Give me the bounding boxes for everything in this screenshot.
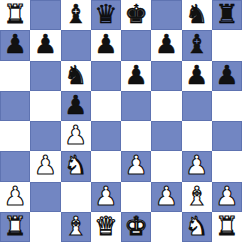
square-f4[interactable] [151,121,181,151]
square-g8[interactable]: ♞ [182,0,212,30]
square-b7[interactable]: ♟ [30,30,60,60]
white-bishop[interactable]: ♝ [185,183,208,209]
square-a3[interactable] [0,151,30,181]
square-a7[interactable]: ♟ [0,30,30,60]
square-f2[interactable]: ♟ [151,182,181,212]
square-a8[interactable]: ♜ [0,0,30,30]
white-pawn[interactable]: ♟ [215,183,238,209]
black-knight[interactable]: ♞ [64,62,87,88]
white-knight[interactable]: ♞ [185,213,208,239]
square-b8[interactable] [30,0,60,30]
square-c5[interactable]: ♟ [61,91,91,121]
square-f8[interactable] [151,0,181,30]
black-pawn[interactable]: ♟ [124,62,147,88]
square-e2[interactable] [121,182,151,212]
square-e3[interactable]: ♟ [121,151,151,181]
square-h4[interactable] [212,121,242,151]
square-f3[interactable] [151,151,181,181]
square-g1[interactable]: ♞ [182,212,212,242]
black-pawn[interactable]: ♟ [94,31,117,57]
square-d6[interactable] [91,61,121,91]
black-pawn[interactable]: ♟ [155,31,178,57]
square-h5[interactable] [212,91,242,121]
white-queen[interactable]: ♛ [94,213,117,239]
square-h8[interactable]: ♜ [212,0,242,30]
white-king[interactable]: ♚ [124,213,147,239]
square-e4[interactable] [121,121,151,151]
square-d1[interactable]: ♛ [91,212,121,242]
square-b2[interactable] [30,182,60,212]
square-d2[interactable]: ♟ [91,182,121,212]
square-d5[interactable] [91,91,121,121]
white-bishop[interactable]: ♝ [64,213,87,239]
black-rook[interactable]: ♜ [215,1,238,27]
square-a6[interactable] [0,61,30,91]
square-e8[interactable]: ♚ [121,0,151,30]
white-pawn[interactable]: ♟ [3,183,26,209]
square-b6[interactable] [30,61,60,91]
square-c4[interactable]: ♟ [61,121,91,151]
white-pawn[interactable]: ♟ [94,183,117,209]
square-a1[interactable]: ♜ [0,212,30,242]
black-pawn[interactable]: ♟ [185,62,208,88]
square-c7[interactable] [61,30,91,60]
square-c8[interactable]: ♝ [61,0,91,30]
white-rook[interactable]: ♜ [3,213,26,239]
square-g6[interactable]: ♟ [182,61,212,91]
white-pawn[interactable]: ♟ [155,183,178,209]
square-c6[interactable]: ♞ [61,61,91,91]
square-g4[interactable] [182,121,212,151]
white-rook[interactable]: ♜ [3,1,26,27]
square-c2[interactable] [61,182,91,212]
square-b3[interactable]: ♟ [30,151,60,181]
black-pawn[interactable]: ♟ [3,31,26,57]
square-e5[interactable] [121,91,151,121]
square-e1[interactable]: ♚ [121,212,151,242]
square-f1[interactable] [151,212,181,242]
square-b1[interactable] [30,212,60,242]
square-d8[interactable]: ♛ [91,0,121,30]
white-pawn[interactable]: ♟ [124,152,147,178]
black-pawn[interactable]: ♟ [34,31,57,57]
black-bishop[interactable]: ♝ [185,31,208,57]
square-e6[interactable]: ♟ [121,61,151,91]
black-knight[interactable]: ♞ [185,1,208,27]
square-d3[interactable] [91,151,121,181]
white-pawn[interactable]: ♟ [34,152,57,178]
square-e7[interactable] [121,30,151,60]
square-h6[interactable]: ♟ [212,61,242,91]
square-h1[interactable]: ♜ [212,212,242,242]
square-f7[interactable]: ♟ [151,30,181,60]
square-g7[interactable]: ♝ [182,30,212,60]
square-a5[interactable] [0,91,30,121]
black-king[interactable]: ♚ [124,1,147,27]
square-b4[interactable] [30,121,60,151]
square-c3[interactable]: ♞ [61,151,91,181]
square-a4[interactable] [0,121,30,151]
white-rook[interactable]: ♜ [215,213,238,239]
black-pawn[interactable]: ♟ [215,62,238,88]
square-g5[interactable] [182,91,212,121]
square-f5[interactable] [151,91,181,121]
square-g2[interactable]: ♝ [182,182,212,212]
square-g3[interactable]: ♟ [182,151,212,181]
square-f6[interactable] [151,61,181,91]
square-h7[interactable] [212,30,242,60]
black-bishop[interactable]: ♝ [64,1,87,27]
chess-board: ♜♝♛♚♞♜♟♟♟♟♝♞♟♟♟♟♟♟♞♟♟♟♟♟♝♟♜♝♛♚♞♜ [0,0,242,242]
black-pawn[interactable]: ♟ [64,92,87,118]
square-c1[interactable]: ♝ [61,212,91,242]
square-d4[interactable] [91,121,121,151]
white-pawn[interactable]: ♟ [64,122,87,148]
square-h2[interactable]: ♟ [212,182,242,212]
square-d7[interactable]: ♟ [91,30,121,60]
black-queen[interactable]: ♛ [94,1,117,27]
white-pawn[interactable]: ♟ [185,152,208,178]
square-a2[interactable]: ♟ [0,182,30,212]
square-b5[interactable] [30,91,60,121]
white-knight[interactable]: ♞ [64,152,87,178]
square-h3[interactable] [212,151,242,181]
